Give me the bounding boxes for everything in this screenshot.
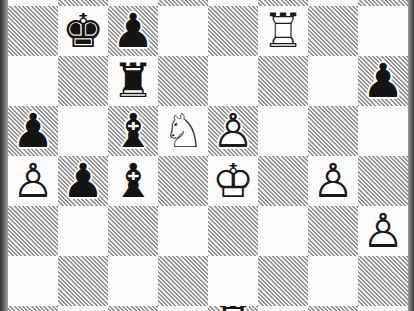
square-a5: ♟ xyxy=(8,106,58,156)
square-c7: ♟ xyxy=(108,6,158,56)
square-c1 xyxy=(108,306,158,311)
square-g2 xyxy=(308,256,358,306)
square-f4 xyxy=(258,156,308,206)
square-e6 xyxy=(208,56,258,106)
square-d5: ♞♘ xyxy=(158,106,208,156)
square-d1 xyxy=(158,306,208,311)
square-b7: ♚ xyxy=(58,6,108,56)
square-a6 xyxy=(8,56,58,106)
square-d3 xyxy=(158,206,208,256)
square-c5: ♝ xyxy=(108,106,158,156)
board-rank-5: ♟♝♞♘♟♙ xyxy=(8,106,408,156)
square-g6 xyxy=(308,56,358,106)
square-c3 xyxy=(108,206,158,256)
square-g4: ♟♙ xyxy=(308,156,358,206)
square-b5 xyxy=(58,106,108,156)
square-e7 xyxy=(208,6,258,56)
square-b6 xyxy=(58,56,108,106)
square-f7: ♜♖ xyxy=(258,6,308,56)
square-h7 xyxy=(358,6,408,56)
board-rank-7: ♚♟♜♖ xyxy=(8,6,408,56)
square-f1 xyxy=(258,306,308,311)
chess-diagram: ♚♟♜♖♜♟♟♝♞♘♟♙♟♙♟♝♚♔♟♙♟♙♜ xyxy=(0,0,414,311)
square-h4 xyxy=(358,156,408,206)
square-g5 xyxy=(308,106,358,156)
board-right-border xyxy=(408,0,414,311)
square-b2 xyxy=(58,256,108,306)
square-h3: ♟♙ xyxy=(358,206,408,256)
square-d4 xyxy=(158,156,208,206)
square-c6: ♜ xyxy=(108,56,158,106)
square-c2 xyxy=(108,256,158,306)
square-e3 xyxy=(208,206,258,256)
board-rank-6: ♜♟ xyxy=(8,56,408,106)
square-h2 xyxy=(358,256,408,306)
square-d2 xyxy=(158,256,208,306)
board-rank-2 xyxy=(8,256,408,306)
square-a3 xyxy=(8,206,58,256)
square-a1 xyxy=(8,306,58,311)
square-h6: ♟ xyxy=(358,56,408,106)
square-a2 xyxy=(8,256,58,306)
square-d7 xyxy=(158,6,208,56)
square-g3 xyxy=(308,206,358,256)
square-b3 xyxy=(58,206,108,256)
chess-board: ♚♟♜♖♜♟♟♝♞♘♟♙♟♙♟♝♚♔♟♙♟♙♜ xyxy=(8,0,408,311)
board-rank-4: ♟♙♟♝♚♔♟♙ xyxy=(8,156,408,206)
square-a7 xyxy=(8,6,58,56)
square-h1 xyxy=(358,306,408,311)
square-e5: ♟♙ xyxy=(208,106,258,156)
square-e4: ♚♔ xyxy=(208,156,258,206)
square-e2 xyxy=(208,256,258,306)
square-h5 xyxy=(358,106,408,156)
square-d6 xyxy=(158,56,208,106)
board-rank-3: ♟♙ xyxy=(8,206,408,256)
square-a4: ♟♙ xyxy=(8,156,58,206)
square-f5 xyxy=(258,106,308,156)
square-f6 xyxy=(258,56,308,106)
board-rank-1: ♜ xyxy=(8,306,408,311)
square-g7 xyxy=(308,6,358,56)
square-c4: ♝ xyxy=(108,156,158,206)
square-f2 xyxy=(258,256,308,306)
square-b4: ♟ xyxy=(58,156,108,206)
square-f3 xyxy=(258,206,308,256)
square-g1 xyxy=(308,306,358,311)
board-left-border xyxy=(0,0,8,311)
square-e1: ♜ xyxy=(208,306,258,311)
square-b1 xyxy=(58,306,108,311)
